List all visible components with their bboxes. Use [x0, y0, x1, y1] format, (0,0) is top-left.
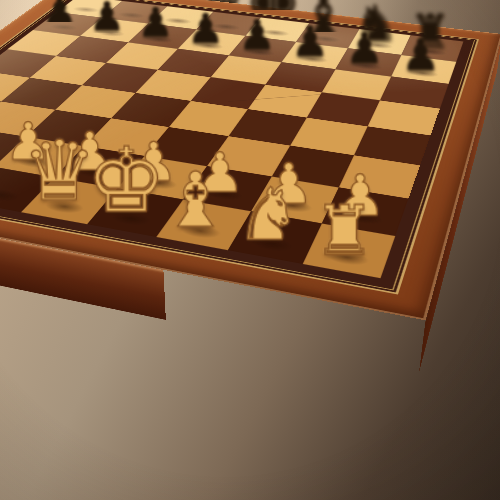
- black-pawn: ♟: [187, 8, 224, 49]
- black-pawn: ♟: [401, 33, 440, 77]
- black-pawn: ♟: [239, 14, 277, 56]
- chess-set-photo: ♜♞♝♛♚♝♞♜♟♟♟♟♟♟♟♟♟♟♟♟♟♟♟♟♜♞♝♛♚♝♞♜: [0, 0, 500, 500]
- chess-board: ♜♞♝♛♚♝♞♜♟♟♟♟♟♟♟♟♟♟♟♟♟♟♟♟♜♞♝♛♚♝♞♜: [0, 0, 500, 320]
- black-pawn: ♟: [42, 0, 78, 30]
- board-border-inlay: ♜♞♝♛♚♝♞♜♟♟♟♟♟♟♟♟♟♟♟♟♟♟♟♟♜♞♝♛♚♝♞♜: [0, 0, 479, 295]
- black-pawn: ♟: [346, 26, 385, 69]
- black-pawn: ♟: [138, 2, 175, 43]
- square-h6: [380, 77, 449, 109]
- black-pawn: ♟: [89, 0, 125, 36]
- square-h5: [368, 100, 440, 135]
- white-bishop: ♝: [162, 162, 230, 238]
- white-knight: ♞: [236, 179, 301, 251]
- board-grid: ♜♞♝♛♚♝♞♜♟♟♟♟♟♟♟♟♟♟♟♟♟♟♟♟♜♞♝♛♚♝♞♜: [0, 0, 463, 278]
- white-rook: ♜: [313, 196, 374, 264]
- white-queen: ♛: [22, 130, 96, 213]
- white-king: ♚: [86, 136, 166, 225]
- board-scene: ♜♞♝♛♚♝♞♜♟♟♟♟♟♟♟♟♟♟♟♟♟♟♟♟♜♞♝♛♚♝♞♜: [0, 0, 500, 500]
- black-pawn: ♟: [291, 20, 329, 62]
- square-c5: [82, 63, 158, 93]
